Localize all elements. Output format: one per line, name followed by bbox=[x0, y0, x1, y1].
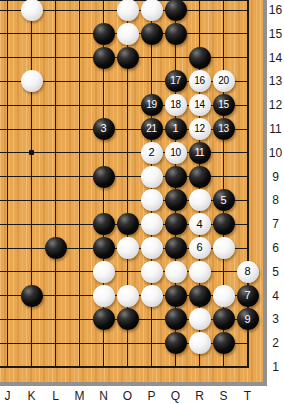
row-label-13: 13 bbox=[267, 74, 284, 88]
column-label-M: M bbox=[75, 389, 85, 403]
grid-line-horizontal-14 bbox=[0, 57, 249, 58]
column-label-T: T bbox=[244, 389, 251, 403]
grid-line-horizontal-7 bbox=[0, 224, 249, 225]
row-label-2: 2 bbox=[267, 336, 284, 350]
grid-line-vertical-J bbox=[7, 0, 8, 368]
grid-line-horizontal-10 bbox=[0, 152, 249, 153]
column-label-N: N bbox=[99, 389, 108, 403]
row-label-9: 9 bbox=[267, 170, 284, 184]
grid-line-vertical-Q bbox=[175, 0, 176, 368]
grid-line-horizontal-9 bbox=[0, 176, 249, 177]
column-label-R: R bbox=[195, 389, 204, 403]
grid-line-vertical-N bbox=[103, 0, 104, 368]
grid-line-horizontal-8 bbox=[0, 200, 249, 201]
grid-line-horizontal-15 bbox=[0, 33, 249, 34]
column-label-L: L bbox=[52, 389, 59, 403]
row-label-10: 10 bbox=[267, 146, 284, 160]
grid-line-horizontal-13 bbox=[0, 81, 249, 82]
grid-line-horizontal-5 bbox=[0, 271, 249, 272]
go-board[interactable]: 171620191814153211121321011546879 bbox=[0, 0, 267, 386]
star-point-K10 bbox=[29, 150, 34, 155]
grid-line-vertical-P bbox=[151, 0, 152, 368]
row-label-1: 1 bbox=[267, 360, 284, 374]
row-label-11: 11 bbox=[267, 122, 284, 136]
grid-line-horizontal-3 bbox=[0, 319, 249, 320]
grid-line-vertical-S bbox=[223, 0, 224, 368]
row-label-15: 15 bbox=[267, 27, 284, 41]
grid-line-vertical-O bbox=[127, 0, 128, 368]
grid-line-horizontal-2 bbox=[0, 343, 249, 344]
row-label-3: 3 bbox=[267, 312, 284, 326]
grid-line-vertical-T bbox=[247, 0, 249, 368]
grid-line-horizontal-12 bbox=[0, 105, 249, 106]
column-label-J: J bbox=[5, 389, 11, 403]
grid-line-horizontal-4 bbox=[0, 295, 249, 296]
go-diagram: 171620191814153211121321011546879 JKLMNO… bbox=[0, 0, 284, 404]
column-label-K: K bbox=[27, 389, 35, 403]
row-label-12: 12 bbox=[267, 98, 284, 112]
row-label-4: 4 bbox=[267, 289, 284, 303]
grid-line-vertical-M bbox=[79, 0, 80, 368]
grid-line-vertical-L bbox=[55, 0, 56, 368]
grid-line-horizontal-1 bbox=[0, 366, 249, 368]
row-label-14: 14 bbox=[267, 51, 284, 65]
column-label-Q: Q bbox=[171, 389, 180, 403]
row-label-7: 7 bbox=[267, 217, 284, 231]
grid-line-horizontal-11 bbox=[0, 129, 249, 130]
grid-line-vertical-K bbox=[31, 0, 32, 368]
row-label-8: 8 bbox=[267, 193, 284, 207]
crop-edge-line bbox=[0, 0, 249, 1]
grid-line-vertical-R bbox=[199, 0, 200, 368]
row-label-16: 16 bbox=[267, 3, 284, 17]
row-label-5: 5 bbox=[267, 265, 284, 279]
column-label-P: P bbox=[147, 389, 155, 403]
grid-line-horizontal-6 bbox=[0, 248, 249, 249]
column-label-O: O bbox=[123, 389, 132, 403]
grid-line-horizontal-16 bbox=[0, 10, 249, 11]
row-label-6: 6 bbox=[267, 241, 284, 255]
column-label-S: S bbox=[219, 389, 227, 403]
